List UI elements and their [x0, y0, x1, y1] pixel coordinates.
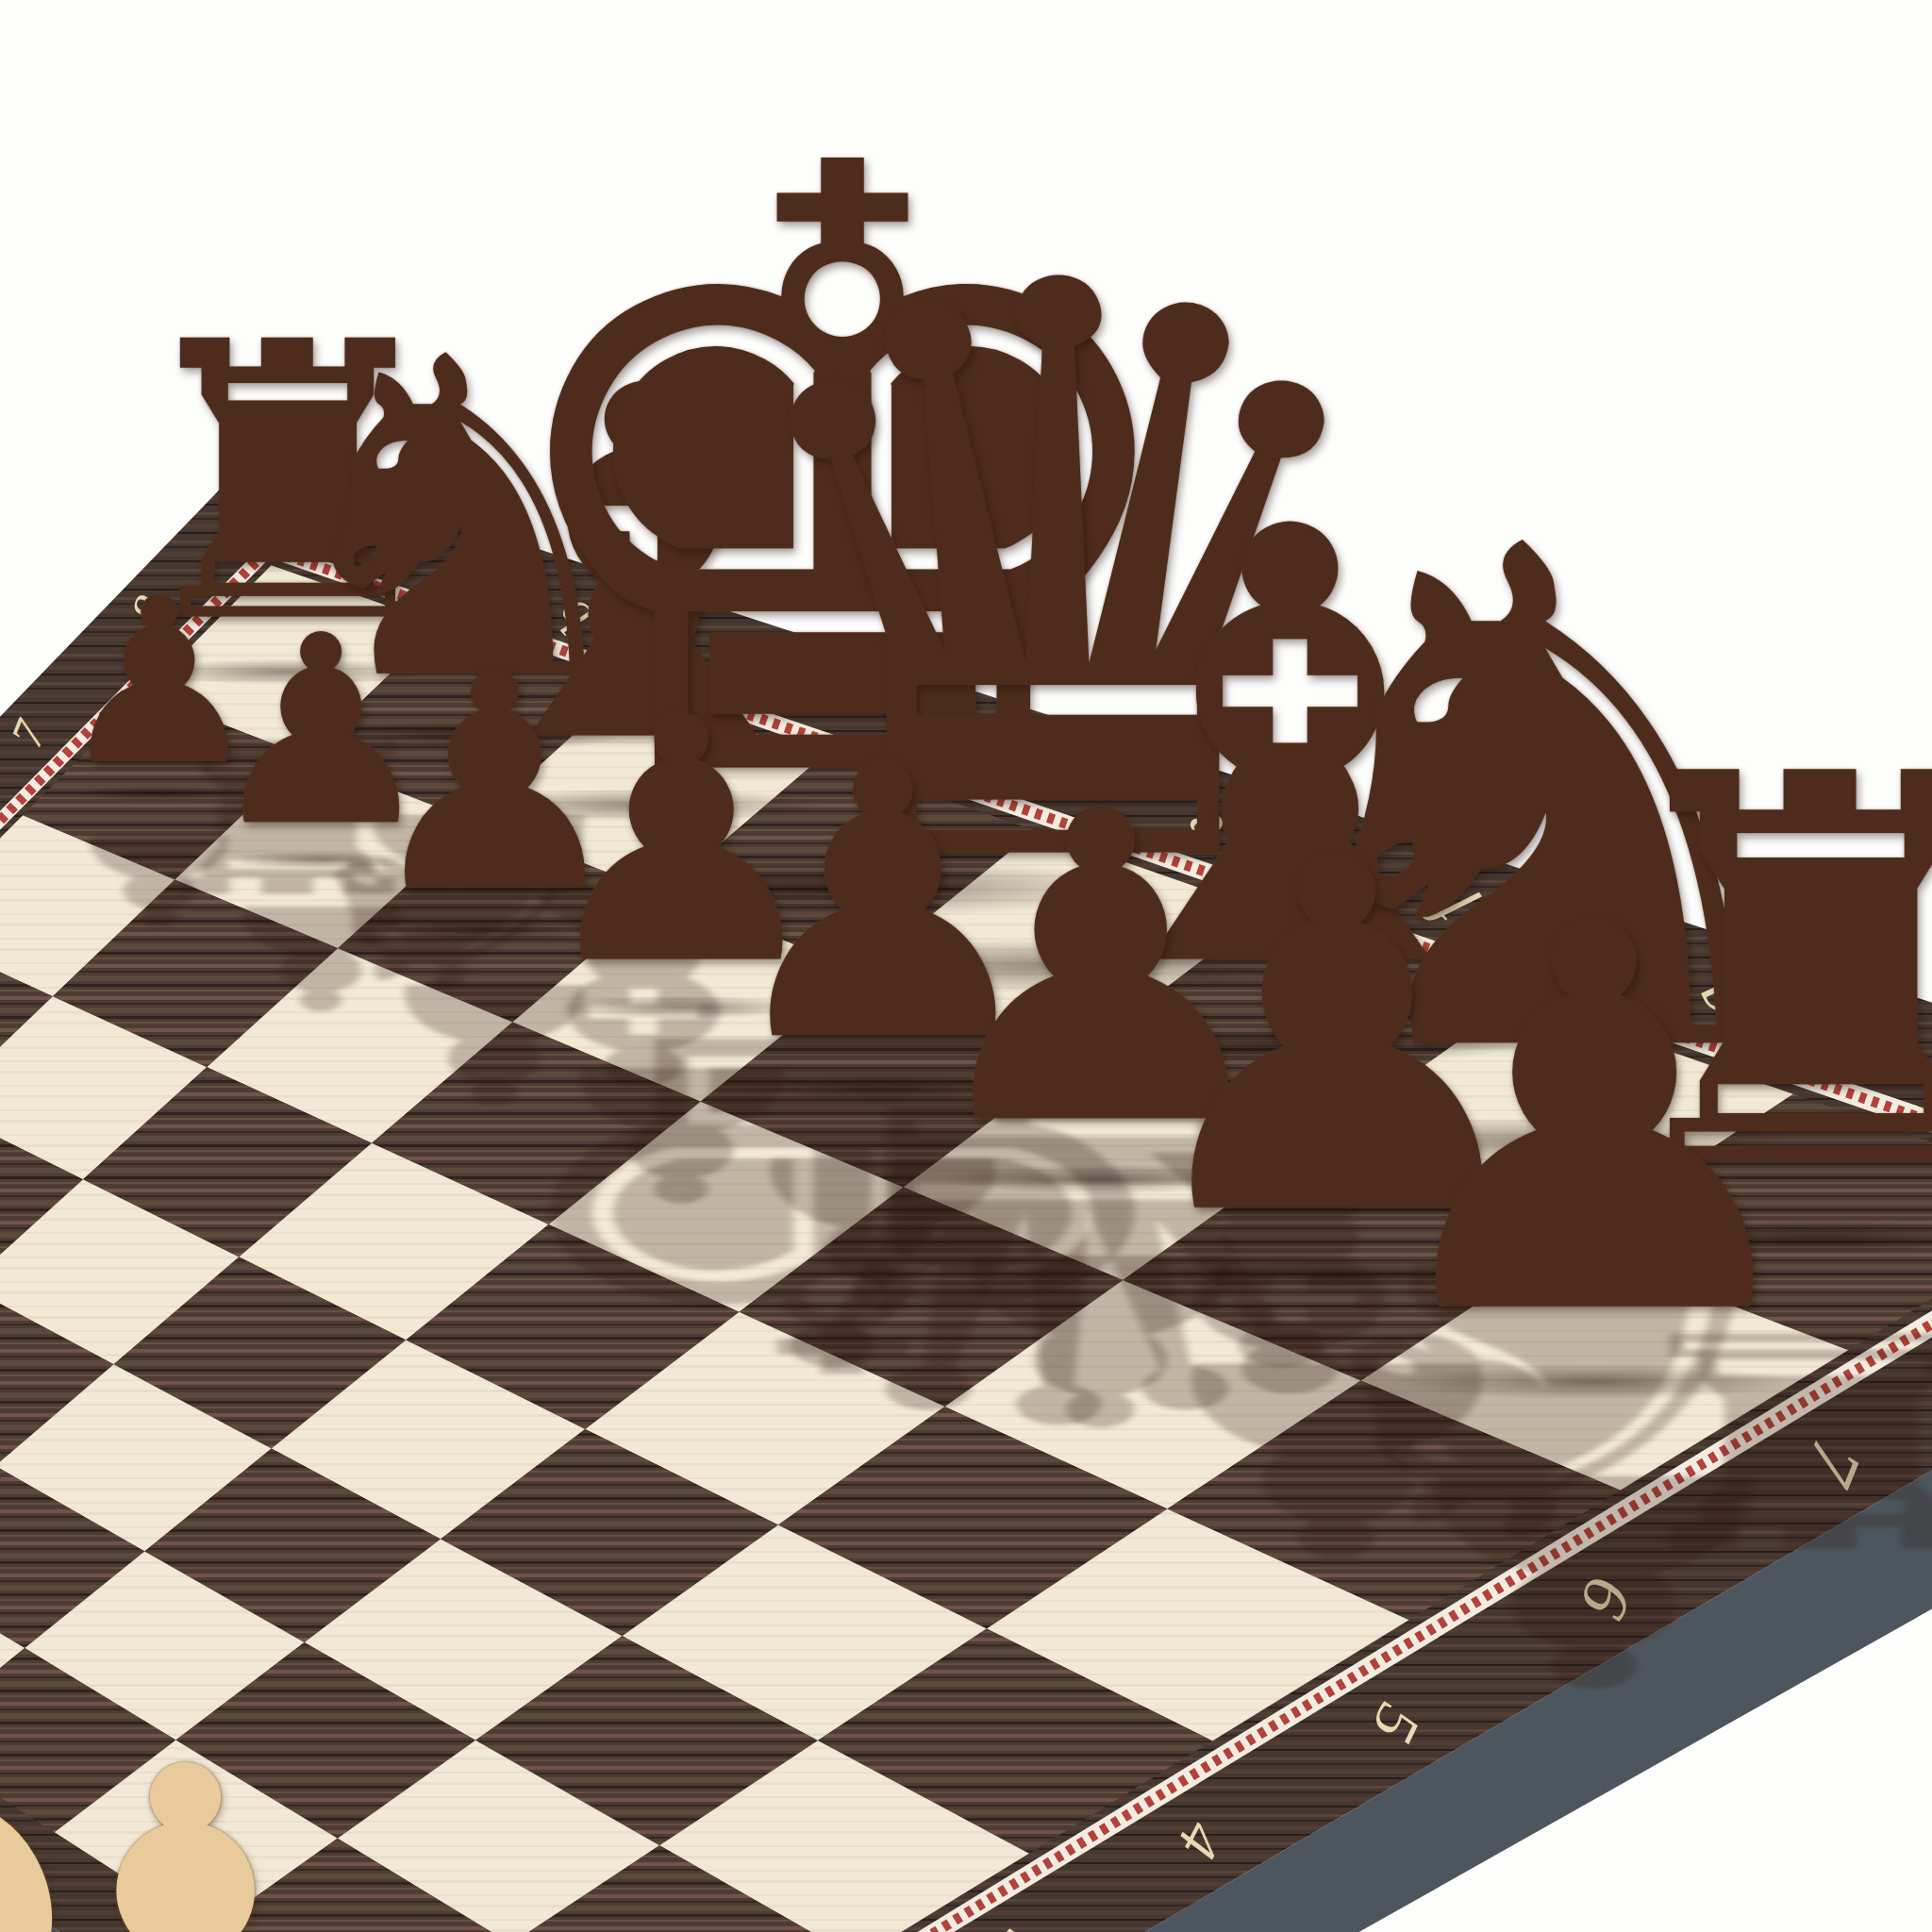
piece-white-pawn-e4[interactable]: ♟♟ [0, 1710, 386, 1932]
piece-reflection: ♟ [1357, 1432, 1832, 1724]
piece-black-pawn-h7[interactable]: ♟♟ [1357, 858, 1832, 1387]
pawn-glyph: ♟ [0, 1710, 386, 1932]
photo-scene: abcdefgh1234567812345678 ♜♜♞♞♟♟♝♝♟♟♚♚♟♟♛… [0, 0, 1932, 1932]
pawn-glyph: ♟ [1357, 858, 1832, 1387]
